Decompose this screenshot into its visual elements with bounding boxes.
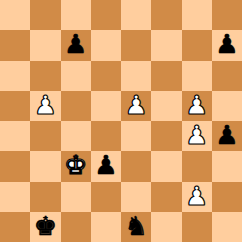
square-e2[interactable] — [121, 182, 151, 212]
square-a4[interactable] — [0, 121, 30, 151]
square-b2[interactable] — [30, 182, 60, 212]
square-b8[interactable] — [30, 0, 60, 30]
black-pawn-icon: ♟ — [94, 152, 117, 178]
white-pawn-icon: ♟ — [34, 92, 57, 118]
square-a1[interactable] — [0, 212, 30, 242]
black-pawn-icon: ♟ — [215, 122, 238, 148]
square-d6[interactable] — [91, 61, 121, 91]
square-f6[interactable] — [151, 61, 181, 91]
square-e5[interactable]: ♟ — [121, 91, 151, 121]
square-e7[interactable] — [121, 30, 151, 60]
white-pawn-icon: ♟ — [185, 122, 208, 148]
square-e3[interactable] — [121, 151, 151, 181]
square-h6[interactable] — [212, 61, 242, 91]
white-pawn-icon: ♟ — [124, 92, 147, 118]
square-c7[interactable]: ♟ — [61, 30, 91, 60]
square-f1[interactable] — [151, 212, 181, 242]
square-d8[interactable] — [91, 0, 121, 30]
square-f7[interactable] — [151, 30, 181, 60]
square-g4[interactable]: ♟ — [182, 121, 212, 151]
square-a2[interactable] — [0, 182, 30, 212]
black-knight-icon: ♞ — [124, 213, 147, 239]
square-b7[interactable] — [30, 30, 60, 60]
square-c1[interactable] — [61, 212, 91, 242]
square-d5[interactable] — [91, 91, 121, 121]
square-e1[interactable]: ♞ — [121, 212, 151, 242]
square-a8[interactable] — [0, 0, 30, 30]
square-c3[interactable]: ♚ — [61, 151, 91, 181]
white-pawn-icon: ♟ — [185, 183, 208, 209]
square-d2[interactable] — [91, 182, 121, 212]
black-pawn-icon: ♟ — [215, 31, 238, 57]
square-e6[interactable] — [121, 61, 151, 91]
square-c6[interactable] — [61, 61, 91, 91]
square-g1[interactable] — [182, 212, 212, 242]
white-pawn-icon: ♟ — [185, 92, 208, 118]
square-h2[interactable] — [212, 182, 242, 212]
square-d3[interactable]: ♟ — [91, 151, 121, 181]
square-d4[interactable] — [91, 121, 121, 151]
square-g3[interactable] — [182, 151, 212, 181]
square-h7[interactable]: ♟ — [212, 30, 242, 60]
square-h3[interactable] — [212, 151, 242, 181]
square-g2[interactable]: ♟ — [182, 182, 212, 212]
square-b6[interactable] — [30, 61, 60, 91]
square-c2[interactable] — [61, 182, 91, 212]
square-a5[interactable] — [0, 91, 30, 121]
square-h5[interactable] — [212, 91, 242, 121]
square-b1[interactable]: ♚ — [30, 212, 60, 242]
square-h4[interactable]: ♟ — [212, 121, 242, 151]
square-c5[interactable] — [61, 91, 91, 121]
square-g5[interactable]: ♟ — [182, 91, 212, 121]
square-e4[interactable] — [121, 121, 151, 151]
square-f8[interactable] — [151, 0, 181, 30]
square-a3[interactable] — [0, 151, 30, 181]
square-b4[interactable] — [30, 121, 60, 151]
square-f4[interactable] — [151, 121, 181, 151]
chess-board: ♟♟♟♟♟♟♟♚♟♟♚♞ — [0, 0, 242, 242]
square-d7[interactable] — [91, 30, 121, 60]
square-a7[interactable] — [0, 30, 30, 60]
square-g8[interactable] — [182, 0, 212, 30]
square-h8[interactable] — [212, 0, 242, 30]
square-d1[interactable] — [91, 212, 121, 242]
square-b5[interactable]: ♟ — [30, 91, 60, 121]
square-c4[interactable] — [61, 121, 91, 151]
square-f2[interactable] — [151, 182, 181, 212]
square-e8[interactable] — [121, 0, 151, 30]
black-pawn-icon: ♟ — [64, 31, 87, 57]
square-g7[interactable] — [182, 30, 212, 60]
square-c8[interactable] — [61, 0, 91, 30]
black-king-icon: ♚ — [34, 213, 57, 239]
square-h1[interactable] — [212, 212, 242, 242]
white-king-icon: ♚ — [64, 152, 87, 178]
square-b3[interactable] — [30, 151, 60, 181]
square-f5[interactable] — [151, 91, 181, 121]
square-g6[interactable] — [182, 61, 212, 91]
square-a6[interactable] — [0, 61, 30, 91]
square-f3[interactable] — [151, 151, 181, 181]
